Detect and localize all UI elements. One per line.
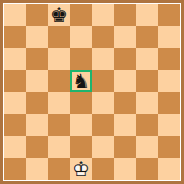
- square-g6[interactable]: [136, 48, 158, 70]
- square-h4[interactable]: [158, 92, 180, 114]
- square-a3[interactable]: [4, 114, 26, 136]
- square-b7[interactable]: [26, 26, 48, 48]
- square-g2[interactable]: [136, 136, 158, 158]
- square-e4[interactable]: [92, 92, 114, 114]
- square-h1[interactable]: [158, 158, 180, 180]
- square-g3[interactable]: [136, 114, 158, 136]
- square-c4[interactable]: [48, 92, 70, 114]
- square-a4[interactable]: [4, 92, 26, 114]
- black-knight-icon[interactable]: ♞: [70, 70, 92, 92]
- square-c7[interactable]: [48, 26, 70, 48]
- square-c5[interactable]: [48, 70, 70, 92]
- square-h3[interactable]: [158, 114, 180, 136]
- square-a5[interactable]: [4, 70, 26, 92]
- square-c6[interactable]: [48, 48, 70, 70]
- square-b8[interactable]: [26, 4, 48, 26]
- square-b2[interactable]: [26, 136, 48, 158]
- square-d5-highlighted[interactable]: ♞: [70, 70, 92, 92]
- square-e5[interactable]: [92, 70, 114, 92]
- square-g5[interactable]: [136, 70, 158, 92]
- square-c3[interactable]: [48, 114, 70, 136]
- square-c8[interactable]: ♚: [48, 4, 70, 26]
- square-e8[interactable]: [92, 4, 114, 26]
- square-f4[interactable]: [114, 92, 136, 114]
- square-h2[interactable]: [158, 136, 180, 158]
- square-d2[interactable]: [70, 136, 92, 158]
- square-a1[interactable]: [4, 158, 26, 180]
- square-g4[interactable]: [136, 92, 158, 114]
- square-h6[interactable]: [158, 48, 180, 70]
- square-f5[interactable]: [114, 70, 136, 92]
- square-c2[interactable]: [48, 136, 70, 158]
- square-h7[interactable]: [158, 26, 180, 48]
- square-d4[interactable]: [70, 92, 92, 114]
- square-h8[interactable]: [158, 4, 180, 26]
- black-king-icon[interactable]: ♚: [48, 4, 70, 26]
- square-a8[interactable]: [4, 4, 26, 26]
- square-e2[interactable]: [92, 136, 114, 158]
- square-g7[interactable]: [136, 26, 158, 48]
- square-e3[interactable]: [92, 114, 114, 136]
- white-king-outline: ♔: [70, 158, 92, 180]
- square-h5[interactable]: [158, 70, 180, 92]
- white-king-icon[interactable]: ♚♔: [70, 158, 92, 180]
- square-f2[interactable]: [114, 136, 136, 158]
- square-b1[interactable]: [26, 158, 48, 180]
- square-a6[interactable]: [4, 48, 26, 70]
- square-a7[interactable]: [4, 26, 26, 48]
- square-c1[interactable]: [48, 158, 70, 180]
- square-a2[interactable]: [4, 136, 26, 158]
- square-f6[interactable]: [114, 48, 136, 70]
- square-b6[interactable]: [26, 48, 48, 70]
- square-f8[interactable]: [114, 4, 136, 26]
- square-e7[interactable]: [92, 26, 114, 48]
- square-b4[interactable]: [26, 92, 48, 114]
- square-b5[interactable]: [26, 70, 48, 92]
- square-f7[interactable]: [114, 26, 136, 48]
- square-e6[interactable]: [92, 48, 114, 70]
- square-b3[interactable]: [26, 114, 48, 136]
- square-d6[interactable]: [70, 48, 92, 70]
- board-frame: ♚♞♚♔: [0, 0, 184, 184]
- square-g1[interactable]: [136, 158, 158, 180]
- chess-board: ♚♞♚♔: [4, 4, 180, 180]
- square-f3[interactable]: [114, 114, 136, 136]
- square-d1[interactable]: ♚♔: [70, 158, 92, 180]
- square-d7[interactable]: [70, 26, 92, 48]
- square-d3[interactable]: [70, 114, 92, 136]
- square-d8[interactable]: [70, 4, 92, 26]
- square-f1[interactable]: [114, 158, 136, 180]
- square-g8[interactable]: [136, 4, 158, 26]
- square-e1[interactable]: [92, 158, 114, 180]
